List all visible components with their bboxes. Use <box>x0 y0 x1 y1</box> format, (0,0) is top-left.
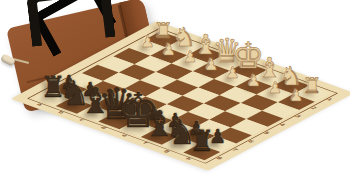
file-label: f <box>141 142 148 145</box>
rank-label: 3 <box>294 114 303 118</box>
chess-set-product-photo: abcdefgh12345678 ♜♞♝♛♚♝♞♜♟♟♟♟♟♟♟♟♟♟♟♟♟♟♟… <box>0 0 350 179</box>
rank-label: 4 <box>278 123 287 127</box>
rank-label: 2 <box>309 106 318 110</box>
rank-label: 1 <box>325 98 334 102</box>
file-label: g <box>163 149 172 153</box>
file-label: b <box>56 111 65 115</box>
file-label: d <box>99 126 108 130</box>
bag-strap-icon <box>26 0 116 47</box>
file-label: e <box>120 134 128 138</box>
rank-label: 8 <box>215 156 224 160</box>
rank-label: 7 <box>231 148 240 152</box>
file-label: c <box>78 118 86 122</box>
rank-label: 5 <box>262 131 271 135</box>
file-label: h <box>184 157 193 161</box>
file-label: a <box>35 103 43 107</box>
rank-label: 6 <box>246 140 255 144</box>
